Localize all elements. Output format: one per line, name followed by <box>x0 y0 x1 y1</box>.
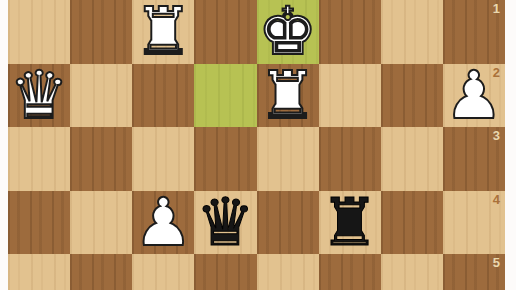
square-h1[interactable] <box>8 0 70 64</box>
square-c1[interactable] <box>319 0 381 64</box>
rank-label-2: 2 <box>493 66 500 79</box>
square-d2[interactable]: ♜ <box>257 64 319 128</box>
square-g5[interactable] <box>70 254 132 290</box>
square-b5[interactable] <box>381 254 443 290</box>
rank-label-1: 1 <box>493 2 500 15</box>
square-e4[interactable]: ♛ <box>194 191 256 255</box>
square-e1[interactable] <box>194 0 256 64</box>
square-b2[interactable] <box>381 64 443 128</box>
white-rook[interactable]: ♜ <box>257 64 319 128</box>
square-f2[interactable] <box>132 64 194 128</box>
square-g3[interactable] <box>70 127 132 191</box>
square-h4[interactable] <box>8 191 70 255</box>
square-e5[interactable] <box>194 254 256 290</box>
square-f1[interactable]: ♜ <box>132 0 194 64</box>
square-d3[interactable] <box>257 127 319 191</box>
square-a5[interactable]: 5 <box>443 254 505 290</box>
square-g4[interactable] <box>70 191 132 255</box>
square-f3[interactable] <box>132 127 194 191</box>
square-e2[interactable] <box>194 64 256 128</box>
black-rook[interactable]: ♜ <box>319 191 381 255</box>
square-e3[interactable] <box>194 127 256 191</box>
square-b4[interactable] <box>381 191 443 255</box>
black-queen[interactable]: ♛ <box>194 191 256 255</box>
white-pawn[interactable]: ♟ <box>132 191 194 255</box>
rank-label-4: 4 <box>493 193 500 206</box>
rank-label-5: 5 <box>493 256 500 269</box>
chess-board[interactable]: ♜♚1♛♜♟23♟♛♜45 <box>8 0 505 290</box>
square-h2[interactable]: ♛ <box>8 64 70 128</box>
rank-label-3: 3 <box>493 129 500 142</box>
square-g2[interactable] <box>70 64 132 128</box>
page-margin-right <box>505 0 516 290</box>
chess-app-screenshot: ♜♚1♛♜♟23♟♛♜45 <box>0 0 516 290</box>
square-a1[interactable]: 1 <box>443 0 505 64</box>
white-king[interactable]: ♚ <box>257 0 319 64</box>
square-f4[interactable]: ♟ <box>132 191 194 255</box>
square-c2[interactable] <box>319 64 381 128</box>
square-d1[interactable]: ♚ <box>257 0 319 64</box>
square-a3[interactable]: 3 <box>443 127 505 191</box>
square-h3[interactable] <box>8 127 70 191</box>
white-rook[interactable]: ♜ <box>132 0 194 64</box>
white-queen[interactable]: ♛ <box>8 64 70 128</box>
square-b1[interactable] <box>381 0 443 64</box>
square-a4[interactable]: 4 <box>443 191 505 255</box>
square-h5[interactable] <box>8 254 70 290</box>
square-f5[interactable] <box>132 254 194 290</box>
square-g1[interactable] <box>70 0 132 64</box>
square-c5[interactable] <box>319 254 381 290</box>
square-a2[interactable]: ♟2 <box>443 64 505 128</box>
square-c4[interactable]: ♜ <box>319 191 381 255</box>
square-d4[interactable] <box>257 191 319 255</box>
square-b3[interactable] <box>381 127 443 191</box>
page-margin-left <box>0 0 8 290</box>
square-c3[interactable] <box>319 127 381 191</box>
square-d5[interactable] <box>257 254 319 290</box>
